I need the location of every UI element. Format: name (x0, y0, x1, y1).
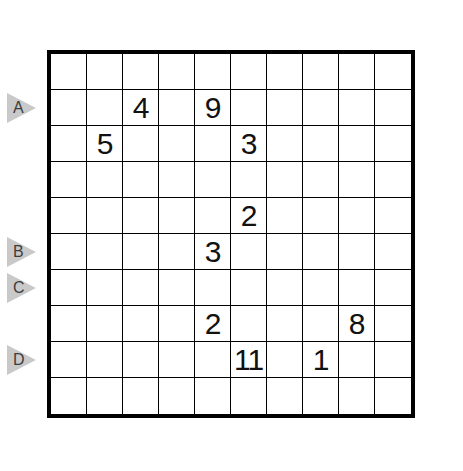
cell-r2c10[interactable] (375, 90, 411, 126)
cell-r1c10[interactable] (375, 54, 411, 90)
cell-r2c8[interactable] (303, 90, 339, 126)
cell-r4c9[interactable] (339, 162, 375, 198)
cell-r7c10[interactable] (375, 270, 411, 306)
row-marker-a: A (7, 93, 37, 123)
cell-r8c5-clue: 2 (195, 306, 231, 342)
cell-r6c5-clue: 3 (195, 234, 231, 270)
cell-r8c8[interactable] (303, 306, 339, 342)
cell-r10c2[interactable] (87, 378, 123, 414)
cell-r5c10[interactable] (375, 198, 411, 234)
cell-r5c3[interactable] (123, 198, 159, 234)
cell-r9c7[interactable] (267, 342, 303, 378)
cell-r5c9[interactable] (339, 198, 375, 234)
cell-r6c2[interactable] (87, 234, 123, 270)
cell-r2c1[interactable] (51, 90, 87, 126)
cell-r9c1[interactable] (51, 342, 87, 378)
cell-r9c2[interactable] (87, 342, 123, 378)
row-marker-b: B (7, 237, 37, 267)
cell-r2c4[interactable] (159, 90, 195, 126)
cell-r5c8[interactable] (303, 198, 339, 234)
row-marker-label: A (13, 99, 24, 117)
puzzle-page: 49532328111 ABCD (0, 0, 463, 471)
cell-r4c7[interactable] (267, 162, 303, 198)
cell-r10c5[interactable] (195, 378, 231, 414)
cell-r1c6[interactable] (231, 54, 267, 90)
cell-r5c4[interactable] (159, 198, 195, 234)
cell-r9c3[interactable] (123, 342, 159, 378)
cell-r9c10[interactable] (375, 342, 411, 378)
row-marker-d: D (7, 345, 37, 375)
cell-r10c6[interactable] (231, 378, 267, 414)
row-marker-label: C (13, 279, 25, 297)
cell-r5c7[interactable] (267, 198, 303, 234)
cell-r1c7[interactable] (267, 54, 303, 90)
cell-r6c9[interactable] (339, 234, 375, 270)
cell-r8c3[interactable] (123, 306, 159, 342)
cell-r8c9-clue: 8 (339, 306, 375, 342)
cell-r9c5[interactable] (195, 342, 231, 378)
cell-r7c5[interactable] (195, 270, 231, 306)
cell-r10c1[interactable] (51, 378, 87, 414)
cell-r6c10[interactable] (375, 234, 411, 270)
cell-r6c3[interactable] (123, 234, 159, 270)
cell-r6c1[interactable] (51, 234, 87, 270)
cell-r1c9[interactable] (339, 54, 375, 90)
cell-r3c9[interactable] (339, 126, 375, 162)
cell-r1c8[interactable] (303, 54, 339, 90)
cell-r10c3[interactable] (123, 378, 159, 414)
cell-r5c2[interactable] (87, 198, 123, 234)
cell-r4c4[interactable] (159, 162, 195, 198)
row-marker-c: C (7, 273, 37, 303)
cell-r6c4[interactable] (159, 234, 195, 270)
cell-r1c5[interactable] (195, 54, 231, 90)
cell-r3c8[interactable] (303, 126, 339, 162)
cell-r1c2[interactable] (87, 54, 123, 90)
cell-r8c10[interactable] (375, 306, 411, 342)
cell-r1c1[interactable] (51, 54, 87, 90)
cell-r7c7[interactable] (267, 270, 303, 306)
cell-r4c5[interactable] (195, 162, 231, 198)
cell-r3c7[interactable] (267, 126, 303, 162)
cell-r5c6-clue: 2 (231, 198, 267, 234)
cell-r8c1[interactable] (51, 306, 87, 342)
cell-r7c4[interactable] (159, 270, 195, 306)
cell-r2c6[interactable] (231, 90, 267, 126)
cell-r10c7[interactable] (267, 378, 303, 414)
cell-r10c10[interactable] (375, 378, 411, 414)
cell-r8c2[interactable] (87, 306, 123, 342)
cell-r10c4[interactable] (159, 378, 195, 414)
cell-r2c7[interactable] (267, 90, 303, 126)
cell-r5c5[interactable] (195, 198, 231, 234)
cell-r9c9[interactable] (339, 342, 375, 378)
cell-r4c10[interactable] (375, 162, 411, 198)
cell-r4c6[interactable] (231, 162, 267, 198)
cell-r3c5[interactable] (195, 126, 231, 162)
cell-r9c8-clue: 1 (303, 342, 339, 378)
cell-r3c2-clue: 5 (87, 126, 123, 162)
cell-r7c9[interactable] (339, 270, 375, 306)
cell-r3c1[interactable] (51, 126, 87, 162)
cell-r5c1[interactable] (51, 198, 87, 234)
cell-r2c2[interactable] (87, 90, 123, 126)
cell-r3c10[interactable] (375, 126, 411, 162)
cell-r9c6-clue: 11 (231, 342, 267, 378)
cell-r6c6[interactable] (231, 234, 267, 270)
cell-r8c6[interactable] (231, 306, 267, 342)
cell-r3c4[interactable] (159, 126, 195, 162)
cell-r6c7[interactable] (267, 234, 303, 270)
cell-r8c7[interactable] (267, 306, 303, 342)
cell-r2c9[interactable] (339, 90, 375, 126)
cell-r7c3[interactable] (123, 270, 159, 306)
cell-r8c4[interactable] (159, 306, 195, 342)
cell-r10c8[interactable] (303, 378, 339, 414)
cell-r3c6-clue: 3 (231, 126, 267, 162)
cell-r1c4[interactable] (159, 54, 195, 90)
row-marker-label: B (13, 243, 24, 261)
cell-r4c1[interactable] (51, 162, 87, 198)
cell-r3c3[interactable] (123, 126, 159, 162)
cell-r9c4[interactable] (159, 342, 195, 378)
cell-r2c5-clue: 9 (195, 90, 231, 126)
row-marker-label: D (13, 351, 25, 369)
cell-r1c3[interactable] (123, 54, 159, 90)
cell-r7c2[interactable] (87, 270, 123, 306)
cell-r2c3-clue: 4 (123, 90, 159, 126)
cell-r10c9[interactable] (339, 378, 375, 414)
puzzle-board: 49532328111 (47, 50, 415, 418)
cell-r6c8[interactable] (303, 234, 339, 270)
cell-r4c3[interactable] (123, 162, 159, 198)
cell-r4c8[interactable] (303, 162, 339, 198)
cell-r7c8[interactable] (303, 270, 339, 306)
cell-r7c6[interactable] (231, 270, 267, 306)
cell-r4c2[interactable] (87, 162, 123, 198)
cell-r7c1[interactable] (51, 270, 87, 306)
